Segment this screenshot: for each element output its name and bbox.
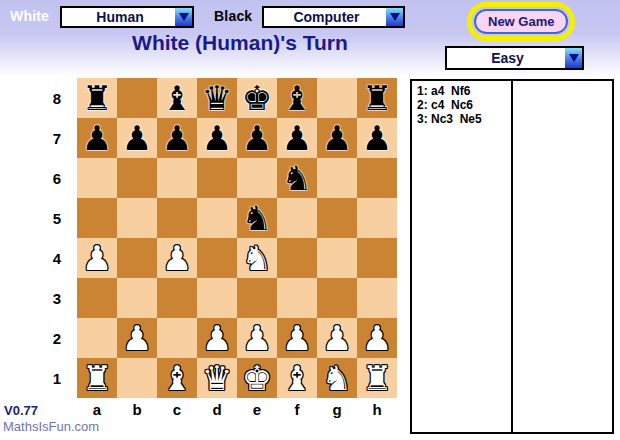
white-player-select[interactable]: Human [60,6,194,28]
dropdown-arrow-icon[interactable] [565,48,582,68]
rank-label-6: 6 [44,158,70,198]
white-pawn[interactable]: ♟ [242,318,272,358]
square-d2[interactable]: ♟ [197,318,237,358]
white-pawn[interactable]: ♟ [362,318,392,358]
move-list-entry-3: 3: Nc3 Ne5 [417,112,506,126]
white-side-label: White [10,8,49,24]
move-list-panel: 1: a4 Nf62: c4 Nc63: Nc3 Ne5 [410,79,614,434]
square-e6[interactable] [237,158,277,198]
white-knight[interactable]: ♞ [242,238,272,278]
rank-label-5: 5 [44,198,70,238]
square-g4[interactable] [317,238,357,278]
square-c7[interactable]: ♟ [157,118,197,158]
white-pawn[interactable]: ♟ [162,238,192,278]
difficulty-select[interactable]: Easy [445,46,584,70]
square-c1[interactable]: ♝ [157,358,197,398]
square-f4[interactable] [277,238,317,278]
black-knight[interactable]: ♞ [282,158,312,198]
white-player-value: Human [62,9,192,25]
white-queen[interactable]: ♛ [202,358,232,398]
square-d8[interactable]: ♛ [197,78,237,118]
square-a4[interactable]: ♟ [77,238,117,278]
rank-labels: 87654321 [44,78,70,398]
square-d6[interactable] [197,158,237,198]
chess-board[interactable]: ♜♝♛♚♝♜♟♟♟♟♟♟♟♟♞♞♟♟♞♟♟♟♟♟♟♜♝♛♚♝♞♜ [77,78,397,398]
black-pawn[interactable]: ♟ [202,118,232,158]
square-c4[interactable]: ♟ [157,238,197,278]
difficulty-value: Easy [447,50,582,66]
square-g1[interactable]: ♞ [317,358,357,398]
square-b4[interactable] [117,238,157,278]
square-g7[interactable]: ♟ [317,118,357,158]
square-g3[interactable] [317,278,357,318]
file-labels: abcdefgh [77,401,397,419]
square-h7[interactable]: ♟ [357,118,397,158]
rank-label-3: 3 [44,278,70,318]
square-b1[interactable] [117,358,157,398]
square-c2[interactable] [157,318,197,358]
square-f2[interactable]: ♟ [277,318,317,358]
move-list-column-2 [513,81,612,432]
white-pawn[interactable]: ♟ [122,318,152,358]
white-bishop[interactable]: ♝ [162,358,192,398]
white-pawn[interactable]: ♟ [282,318,312,358]
black-rook[interactable]: ♜ [82,78,112,118]
black-queen[interactable]: ♛ [202,78,232,118]
square-e4[interactable]: ♞ [237,238,277,278]
rank-label-8: 8 [44,78,70,118]
square-b5[interactable] [117,198,157,238]
file-label-d: d [197,401,237,419]
rank-label-2: 2 [44,318,70,358]
square-d5[interactable] [197,198,237,238]
chevron-down-icon [390,13,400,21]
square-a1[interactable]: ♜ [77,358,117,398]
black-rook[interactable]: ♜ [362,78,392,118]
file-label-b: b [117,401,157,419]
square-g2[interactable]: ♟ [317,318,357,358]
black-pawn[interactable]: ♟ [162,118,192,158]
square-f7[interactable]: ♟ [277,118,317,158]
white-pawn[interactable]: ♟ [202,318,232,358]
move-list-entry-2: 2: c4 Nc6 [417,98,506,112]
white-king[interactable]: ♚ [242,358,272,398]
dropdown-arrow-icon[interactable] [386,8,403,26]
new-game-button-highlight[interactable]: New Game [467,2,575,41]
white-rook[interactable]: ♜ [362,358,392,398]
square-b7[interactable]: ♟ [117,118,157,158]
square-h3[interactable] [357,278,397,318]
black-knight[interactable]: ♞ [242,198,272,238]
white-pawn[interactable]: ♟ [82,238,112,278]
black-player-value: Computer [264,9,403,25]
square-e2[interactable]: ♟ [237,318,277,358]
file-label-c: c [157,401,197,419]
white-bishop[interactable]: ♝ [282,358,312,398]
square-d7[interactable]: ♟ [197,118,237,158]
square-e5[interactable]: ♞ [237,198,277,238]
square-a3[interactable] [77,278,117,318]
square-h1[interactable]: ♜ [357,358,397,398]
rank-label-7: 7 [44,118,70,158]
square-e3[interactable] [237,278,277,318]
square-d4[interactable] [197,238,237,278]
white-pawn[interactable]: ♟ [322,318,352,358]
file-label-f: f [277,401,317,419]
square-e7[interactable]: ♟ [237,118,277,158]
file-label-a: a [77,401,117,419]
square-e1[interactable]: ♚ [237,358,277,398]
square-e8[interactable]: ♚ [237,78,277,118]
black-pawn[interactable]: ♟ [322,118,352,158]
square-b8[interactable] [117,78,157,118]
black-pawn[interactable]: ♟ [282,118,312,158]
square-b6[interactable] [117,158,157,198]
square-f8[interactable]: ♝ [277,78,317,118]
black-pawn[interactable]: ♟ [362,118,392,158]
rank-label-4: 4 [44,238,70,278]
square-h2[interactable]: ♟ [357,318,397,358]
square-h6[interactable] [357,158,397,198]
square-a2[interactable] [77,318,117,358]
square-g5[interactable] [317,198,357,238]
white-knight[interactable]: ♞ [322,358,352,398]
square-d1[interactable]: ♛ [197,358,237,398]
rank-label-1: 1 [44,358,70,398]
file-label-h: h [357,401,397,419]
square-g8[interactable] [317,78,357,118]
black-bishop[interactable]: ♝ [282,78,312,118]
dropdown-arrow-icon[interactable] [175,8,192,26]
black-pawn[interactable]: ♟ [242,118,272,158]
black-king[interactable]: ♚ [242,78,272,118]
square-d3[interactable] [197,278,237,318]
black-side-label: Black [214,8,252,24]
square-c6[interactable] [157,158,197,198]
chevron-down-icon [569,54,579,62]
file-label-e: e [237,401,277,419]
square-c3[interactable] [157,278,197,318]
move-list-entry-1: 1: a4 Nf6 [417,84,506,98]
square-a5[interactable] [77,198,117,238]
square-f6[interactable]: ♞ [277,158,317,198]
square-h5[interactable] [357,198,397,238]
square-f1[interactable]: ♝ [277,358,317,398]
new-game-button[interactable]: New Game [474,9,568,34]
black-bishop[interactable]: ♝ [162,78,192,118]
site-link[interactable]: MathsIsFun.com [3,419,99,434]
square-a6[interactable] [77,158,117,198]
square-h4[interactable] [357,238,397,278]
version-text: V0.77 [4,403,38,418]
square-b2[interactable]: ♟ [117,318,157,358]
chevron-down-icon [179,13,189,21]
white-rook[interactable]: ♜ [82,358,112,398]
square-f3[interactable] [277,278,317,318]
square-b3[interactable] [117,278,157,318]
square-c8[interactable]: ♝ [157,78,197,118]
square-a7[interactable]: ♟ [77,118,117,158]
square-f5[interactable] [277,198,317,238]
black-pawn[interactable]: ♟ [82,118,112,158]
file-label-g: g [317,401,357,419]
square-h8[interactable]: ♜ [357,78,397,118]
square-g6[interactable] [317,158,357,198]
square-c5[interactable] [157,198,197,238]
square-a8[interactable]: ♜ [77,78,117,118]
black-player-select[interactable]: Computer [262,6,405,28]
move-list-column-1: 1: a4 Nf62: c4 Nc63: Nc3 Ne5 [412,81,513,432]
turn-status-text: White (Human)'s Turn [90,31,390,55]
black-pawn[interactable]: ♟ [122,118,152,158]
